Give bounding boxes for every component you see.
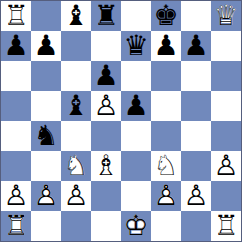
square-h1[interactable]: ♜♖ [211,211,241,241]
piece-outline-glyph: ♛ [121,31,151,61]
square-e1[interactable]: ♚♔ [121,211,151,241]
square-e7[interactable]: ♛ [121,31,151,61]
piece-black-knight[interactable]: ♞ [31,121,61,151]
square-f8[interactable]: ♚ [151,1,181,31]
square-d4[interactable] [91,121,121,151]
square-g3[interactable] [181,151,211,181]
square-c3[interactable]: ♞♘ [61,151,91,181]
square-a3[interactable] [1,151,31,181]
chess-board: ♜♖♝♜♚♛♕♟♟♛♟♟♟♝♟♙♟♞♞♘♝♗♞♘♟♙♟♙♟♙♟♙♟♙♟♙♜♖♚♔… [0,0,242,242]
square-a2[interactable]: ♟♙ [1,181,31,211]
piece-outline-glyph: ♟ [91,61,121,91]
square-d6[interactable]: ♟ [91,61,121,91]
piece-black-queen[interactable]: ♛ [121,31,151,61]
piece-outline-glyph: ♟ [181,31,211,61]
square-a4[interactable] [1,121,31,151]
piece-outline-glyph: ♖ [1,211,31,241]
square-e8[interactable] [121,1,151,31]
piece-outline-glyph: ♙ [1,181,31,211]
square-g6[interactable] [181,61,211,91]
piece-white-rook[interactable]: ♜♖ [1,1,31,31]
square-e5[interactable]: ♟ [121,91,151,121]
piece-outline-glyph: ♟ [121,91,151,121]
piece-outline-glyph: ♖ [1,1,31,31]
piece-black-rook[interactable]: ♜ [91,1,121,31]
piece-white-pawn[interactable]: ♟♙ [91,91,121,121]
piece-outline-glyph: ♘ [151,151,181,181]
square-a8[interactable]: ♜♖ [1,1,31,31]
piece-black-pawn[interactable]: ♟ [151,31,181,61]
square-d8[interactable]: ♜ [91,1,121,31]
square-e3[interactable] [121,151,151,181]
square-c1[interactable] [61,211,91,241]
piece-outline-glyph: ♜ [91,1,121,31]
square-c8[interactable]: ♝ [61,1,91,31]
square-e4[interactable] [121,121,151,151]
square-h5[interactable] [211,91,241,121]
square-f7[interactable]: ♟ [151,31,181,61]
square-g8[interactable] [181,1,211,31]
piece-white-pawn[interactable]: ♟♙ [31,181,61,211]
square-h2[interactable] [211,181,241,211]
piece-outline-glyph: ♙ [31,181,61,211]
piece-outline-glyph: ♝ [61,1,91,31]
piece-outline-glyph: ♖ [211,211,241,241]
square-h4[interactable] [211,121,241,151]
square-h7[interactable] [211,31,241,61]
piece-white-queen[interactable]: ♛♕ [211,1,241,31]
piece-outline-glyph: ♟ [1,31,31,61]
piece-black-pawn[interactable]: ♟ [121,91,151,121]
square-g2[interactable]: ♟♙ [181,181,211,211]
square-d1[interactable] [91,211,121,241]
square-f2[interactable]: ♟♙ [151,181,181,211]
square-b4[interactable]: ♞ [31,121,61,151]
square-c4[interactable] [61,121,91,151]
chess-board-stage: ♜♖♝♜♚♛♕♟♟♛♟♟♟♝♟♙♟♞♞♘♝♗♞♘♟♙♟♙♟♙♟♙♟♙♟♙♜♖♚♔… [0,0,242,242]
square-f5[interactable] [151,91,181,121]
piece-outline-glyph: ♝ [61,91,91,121]
piece-black-pawn[interactable]: ♟ [91,61,121,91]
square-h6[interactable] [211,61,241,91]
piece-white-knight[interactable]: ♞♘ [61,151,91,181]
square-e2[interactable] [121,181,151,211]
square-c2[interactable]: ♟♙ [61,181,91,211]
square-d7[interactable] [91,31,121,61]
square-b5[interactable] [31,91,61,121]
square-e6[interactable] [121,61,151,91]
piece-outline-glyph: ♙ [211,151,241,181]
piece-white-rook[interactable]: ♜♖ [1,211,31,241]
square-b6[interactable] [31,61,61,91]
piece-outline-glyph: ♕ [211,1,241,31]
square-c6[interactable] [61,61,91,91]
square-f4[interactable] [151,121,181,151]
square-b7[interactable]: ♟ [31,31,61,61]
piece-outline-glyph: ♟ [31,31,61,61]
piece-outline-glyph: ♙ [61,181,91,211]
piece-outline-glyph: ♗ [91,151,121,181]
piece-outline-glyph: ♙ [91,91,121,121]
piece-outline-glyph: ♞ [31,121,61,151]
piece-white-pawn[interactable]: ♟♙ [151,181,181,211]
piece-white-bishop[interactable]: ♝♗ [91,151,121,181]
square-a6[interactable] [1,61,31,91]
piece-outline-glyph: ♟ [151,31,181,61]
piece-outline-glyph: ♔ [121,211,151,241]
square-c5[interactable]: ♝ [61,91,91,121]
piece-outline-glyph: ♚ [151,1,181,31]
square-a7[interactable]: ♟ [1,31,31,61]
piece-white-rook[interactable]: ♜♖ [211,211,241,241]
square-d3[interactable]: ♝♗ [91,151,121,181]
piece-white-knight[interactable]: ♞♘ [151,151,181,181]
square-d5[interactable]: ♟♙ [91,91,121,121]
square-h3[interactable]: ♟♙ [211,151,241,181]
square-d2[interactable] [91,181,121,211]
piece-white-pawn[interactable]: ♟♙ [211,151,241,181]
square-f1[interactable] [151,211,181,241]
piece-outline-glyph: ♙ [181,181,211,211]
piece-black-pawn[interactable]: ♟ [181,31,211,61]
square-b2[interactable]: ♟♙ [31,181,61,211]
piece-white-pawn[interactable]: ♟♙ [61,181,91,211]
piece-white-pawn[interactable]: ♟♙ [1,181,31,211]
square-b1[interactable] [31,211,61,241]
square-b3[interactable] [31,151,61,181]
piece-white-king[interactable]: ♚♔ [121,211,151,241]
piece-black-king[interactable]: ♚ [151,1,181,31]
piece-white-pawn[interactable]: ♟♙ [181,181,211,211]
piece-black-bishop[interactable]: ♝ [61,91,91,121]
square-g1[interactable] [181,211,211,241]
square-a5[interactable] [1,91,31,121]
piece-black-pawn[interactable]: ♟ [31,31,61,61]
square-g7[interactable]: ♟ [181,31,211,61]
piece-outline-glyph: ♘ [61,151,91,181]
square-c7[interactable] [61,31,91,61]
square-g4[interactable] [181,121,211,151]
square-g5[interactable] [181,91,211,121]
piece-black-pawn[interactable]: ♟ [1,31,31,61]
square-f6[interactable] [151,61,181,91]
square-f3[interactable]: ♞♘ [151,151,181,181]
square-a1[interactable]: ♜♖ [1,211,31,241]
piece-outline-glyph: ♙ [151,181,181,211]
piece-black-bishop[interactable]: ♝ [61,1,91,31]
square-h8[interactable]: ♛♕ [211,1,241,31]
square-b8[interactable] [31,1,61,31]
